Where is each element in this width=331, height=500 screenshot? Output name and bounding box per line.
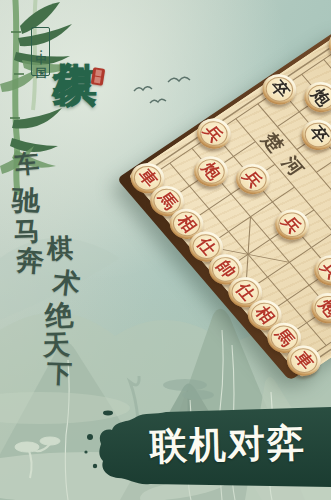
xiangqi-board[interactable]: 楚河 車馬象士將士象馬車炮炮卒卒卒卒卒兵兵兵兵兵炮炮車馬相仕帥仕相馬車	[128, 28, 331, 378]
online-match-banner[interactable]: 联机对弈	[149, 418, 306, 472]
splash-screen: 中·国 象棋 车驰马奔 棋术绝天下 楚河 車馬象士將士象馬車炮炮卒卒卒卒卒兵兵兵…	[0, 0, 331, 500]
